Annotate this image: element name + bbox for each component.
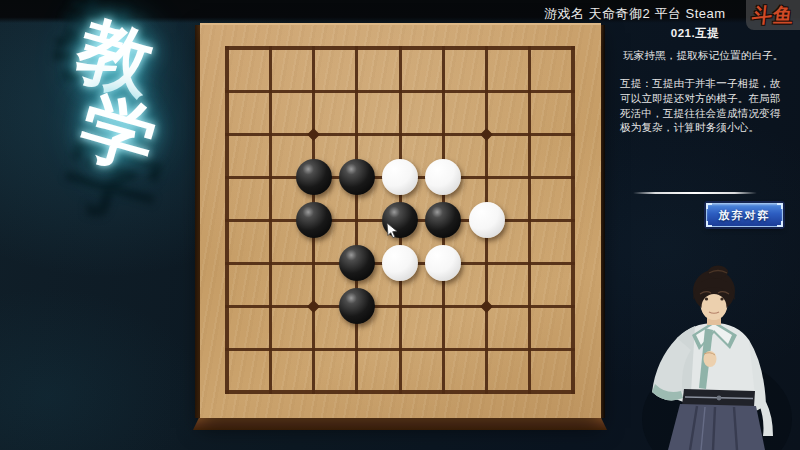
black-stone[interactable]	[296, 202, 332, 238]
black-stone[interactable]	[296, 159, 332, 195]
white-stone[interactable]	[469, 202, 505, 238]
grid-line-vertical	[571, 46, 575, 394]
button-corner-decoration	[777, 203, 783, 209]
grid-line-horizontal	[225, 390, 575, 394]
button-corner-decoration	[777, 221, 783, 227]
douyu-logo-icon: 斗鱼	[751, 5, 795, 25]
lesson-description-line: 极为复杂，计算时务须小心。	[620, 120, 800, 135]
douyu-watermark: 斗鱼	[746, 0, 800, 30]
grid-line-horizontal	[225, 305, 575, 308]
lesson-objective: 玩家持黑，提取标记位置的白子。	[623, 49, 784, 63]
star-point	[480, 300, 493, 313]
resign-button[interactable]: 放弃对弈	[706, 203, 783, 227]
panel-divider	[633, 192, 757, 194]
mouse-cursor-icon	[386, 223, 400, 240]
board-bottom-bevel	[193, 418, 607, 430]
black-stone[interactable]	[339, 159, 375, 195]
stream-game-title: 游戏名 天命奇御2 平台 Steam	[544, 5, 726, 23]
grid-line-vertical	[528, 46, 531, 394]
lesson-description: 互提：互提由于并非一子相提，故 可以立即提还对方的棋子。在局部 死活中，互提往往…	[620, 76, 800, 135]
white-stone[interactable]	[382, 159, 418, 195]
black-stone[interactable]	[425, 202, 461, 238]
board-right-edge	[601, 25, 605, 418]
tutor-character-illustration	[633, 264, 800, 450]
lesson-description-line: 互提：互提由于并非一子相提，故	[620, 76, 800, 91]
black-stone[interactable]	[339, 245, 375, 281]
calligraphy-shadow-char: 学	[56, 114, 175, 233]
lesson-description-line: 死活中，互提往往会造成情况变得	[620, 106, 800, 121]
white-stone[interactable]	[425, 245, 461, 281]
star-point	[307, 128, 320, 141]
lesson-description-line: 可以立即提还对方的棋子。在局部	[620, 91, 800, 106]
button-corner-decoration	[706, 221, 712, 227]
game-screen: 教 学 教 学 游戏名 天命奇御2 平台 Steam 斗鱼 021.互提 玩家持…	[0, 0, 800, 450]
button-corner-decoration	[706, 203, 712, 209]
white-stone[interactable]	[425, 159, 461, 195]
black-stone[interactable]	[339, 288, 375, 324]
star-point	[307, 300, 320, 313]
calligraphy-glow-char: 教	[70, 11, 162, 103]
grid-line-horizontal	[225, 348, 575, 351]
teaching-calligraphy: 教 学 教 学	[5, 0, 224, 258]
resign-button-label: 放弃对弈	[719, 208, 771, 223]
go-board[interactable]	[200, 23, 601, 418]
white-stone[interactable]	[382, 245, 418, 281]
calligraphy-glow-char: 学	[73, 87, 165, 179]
star-point	[480, 128, 493, 141]
